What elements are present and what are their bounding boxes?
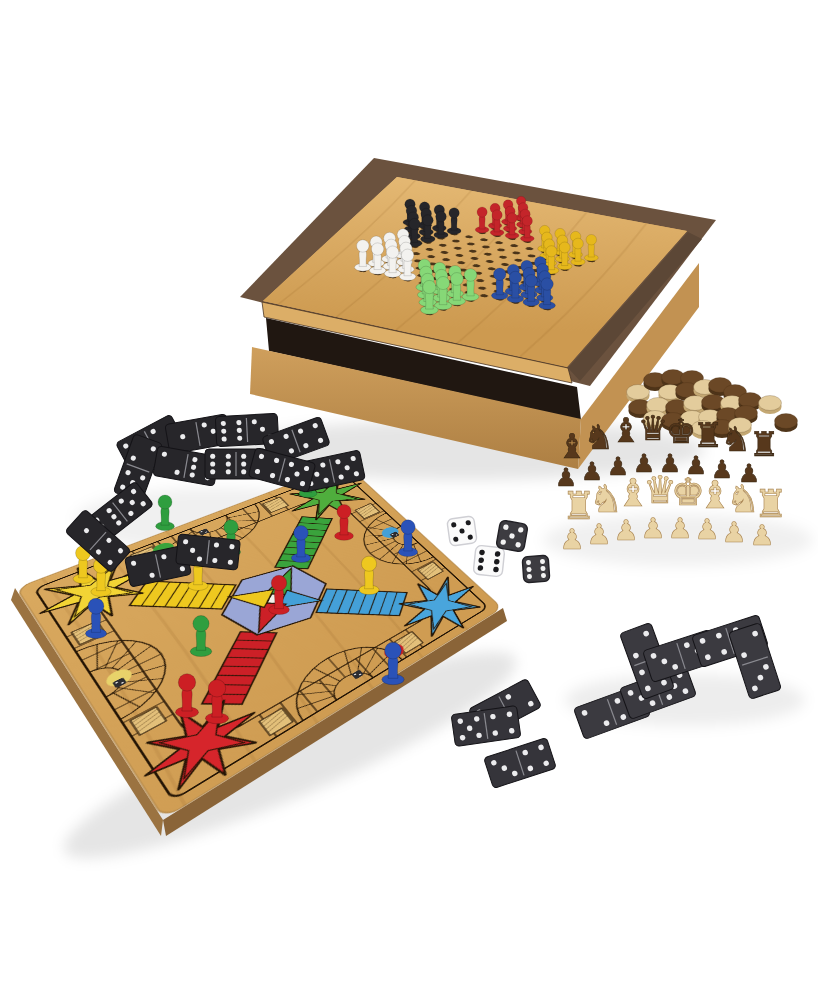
ludo-peg-blue	[382, 642, 404, 684]
die-black-5	[496, 520, 528, 552]
die-white-5	[447, 516, 477, 546]
ludo-peg-green	[156, 495, 175, 531]
game-pieces-layer: ♝♞♝♛♚♜♞♜♟♟♟♟♟♟♟♟♜♞♝♛♚♝♞♜♟♟♟♟♟♟♟♟	[0, 0, 818, 1000]
chess-piece-dark-queen: ♛	[638, 408, 668, 448]
product-photo: ♝♞♝♛♚♜♞♜♟♟♟♟♟♟♟♟♜♞♝♛♚♝♞♜♟♟♟♟♟♟♟♟	[0, 0, 818, 1000]
domino-chain-tile	[728, 623, 781, 700]
cc-peg-black	[434, 211, 448, 238]
ludo-peg-blue	[85, 598, 106, 638]
ludo-peg-green	[190, 616, 212, 657]
cc-peg-yellow	[584, 234, 598, 261]
chess-piece-light-pawn: ♟	[640, 512, 665, 545]
cc-peg-green	[462, 269, 479, 301]
ludo-peg-red	[269, 575, 290, 614]
chess-piece-dark-rook: ♜	[693, 415, 723, 455]
chess-piece-dark-king: ♚	[666, 411, 696, 451]
ludo-peg-yellow	[359, 556, 379, 594]
chess-piece-light-pawn: ♟	[586, 518, 611, 551]
checker-disc-light	[759, 396, 782, 415]
chess-piece-light-pawn: ♟	[667, 512, 692, 545]
chess-piece-light-pawn: ♟	[694, 513, 719, 546]
ludo-peg-blue	[291, 526, 310, 563]
cc-peg-white	[355, 240, 372, 272]
ludo-peg-red	[175, 674, 198, 718]
chess-piece-dark-bishop: ♝	[611, 410, 641, 450]
ludo-peg-red	[205, 680, 228, 724]
cc-peg-red	[475, 207, 489, 233]
chess-piece-dark-knight: ♞	[721, 419, 751, 459]
cc-peg-green	[448, 273, 465, 306]
chess-piece-light-pawn: ♟	[613, 514, 638, 547]
chess-piece-light-pawn: ♟	[721, 516, 746, 549]
domino-pile-tile	[248, 447, 316, 492]
chess-piece-light-pawn: ♟	[559, 523, 584, 556]
domino-pile-tile	[176, 534, 241, 570]
ludo-peg-red	[335, 505, 354, 541]
die-white-6	[473, 545, 505, 577]
cc-peg-blue	[491, 268, 508, 300]
chess-piece-light-pawn: ♟	[749, 519, 774, 552]
cc-peg-black	[447, 208, 461, 235]
chess-piece-dark-rook: ♜	[749, 424, 779, 464]
domino-loose-tile	[484, 738, 557, 789]
ludo-peg-blue	[398, 520, 417, 557]
die-black-6	[522, 555, 550, 583]
chess-piece-dark-knight: ♞	[584, 417, 614, 457]
domino-loose-tile	[451, 706, 521, 747]
